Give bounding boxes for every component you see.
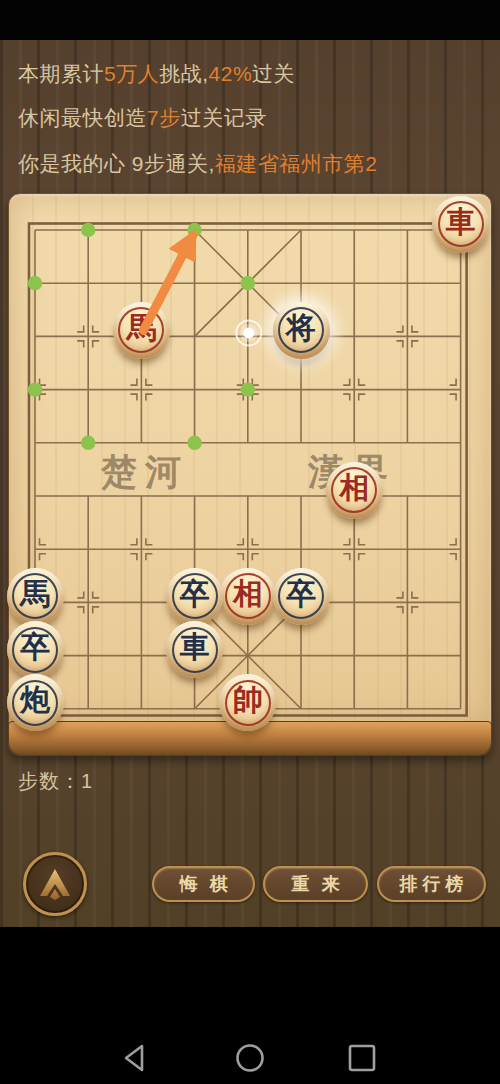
piece-character: 卒 xyxy=(20,627,50,668)
piece-character: 卒 xyxy=(286,574,316,615)
piece-character: 将 xyxy=(286,308,316,349)
piece-character: 車 xyxy=(446,202,476,243)
piece-character: 車 xyxy=(180,627,210,668)
piece-red-chariot[interactable]: 車 xyxy=(432,196,489,253)
piece-black-pawn[interactable]: 卒 xyxy=(7,621,64,678)
step-counter: 步数：1 xyxy=(18,768,93,795)
recents-icon[interactable] xyxy=(348,1044,376,1072)
piece-character: 馬 xyxy=(126,308,156,349)
piece-character: 卒 xyxy=(180,574,210,615)
piece-red-general[interactable]: 帥 xyxy=(219,674,276,731)
phone-screen: 本期累计5万人挑战,42%过关 休闲最快创造7步过关记录 你是我的心 9步通关,… xyxy=(0,0,500,1084)
piece-red-elephant[interactable]: 相 xyxy=(219,568,276,625)
android-nav-bar: Bai du 经验 jingyan.baidu.com xyxy=(0,927,500,1084)
back-icon[interactable] xyxy=(120,1043,150,1073)
chevron-up-icon xyxy=(35,864,75,904)
piece-black-pawn[interactable]: 卒 xyxy=(166,568,223,625)
piece-character: 炮 xyxy=(20,680,50,721)
piece-red-elephant[interactable]: 相 xyxy=(326,462,383,519)
pieces-layer: 車馬相相帥将馬卒卒卒車炮 xyxy=(0,0,500,1084)
piece-character: 相 xyxy=(339,468,369,509)
piece-red-horse[interactable]: 馬 xyxy=(113,302,170,359)
collapse-panel-button[interactable] xyxy=(23,852,87,916)
piece-black-horse[interactable]: 馬 xyxy=(7,568,64,625)
piece-black-general[interactable]: 将 xyxy=(273,302,330,359)
piece-character: 相 xyxy=(233,574,263,615)
undo-button[interactable]: 悔棋 xyxy=(152,866,255,902)
piece-black-pawn[interactable]: 卒 xyxy=(273,568,330,625)
home-icon[interactable] xyxy=(235,1043,265,1073)
piece-black-chariot[interactable]: 車 xyxy=(166,621,223,678)
leaderboard-button[interactable]: 排行榜 xyxy=(377,866,486,902)
restart-button[interactable]: 重来 xyxy=(263,866,368,902)
piece-character: 馬 xyxy=(20,574,50,615)
piece-character: 帥 xyxy=(233,680,263,721)
piece-black-cannon[interactable]: 炮 xyxy=(7,674,64,731)
